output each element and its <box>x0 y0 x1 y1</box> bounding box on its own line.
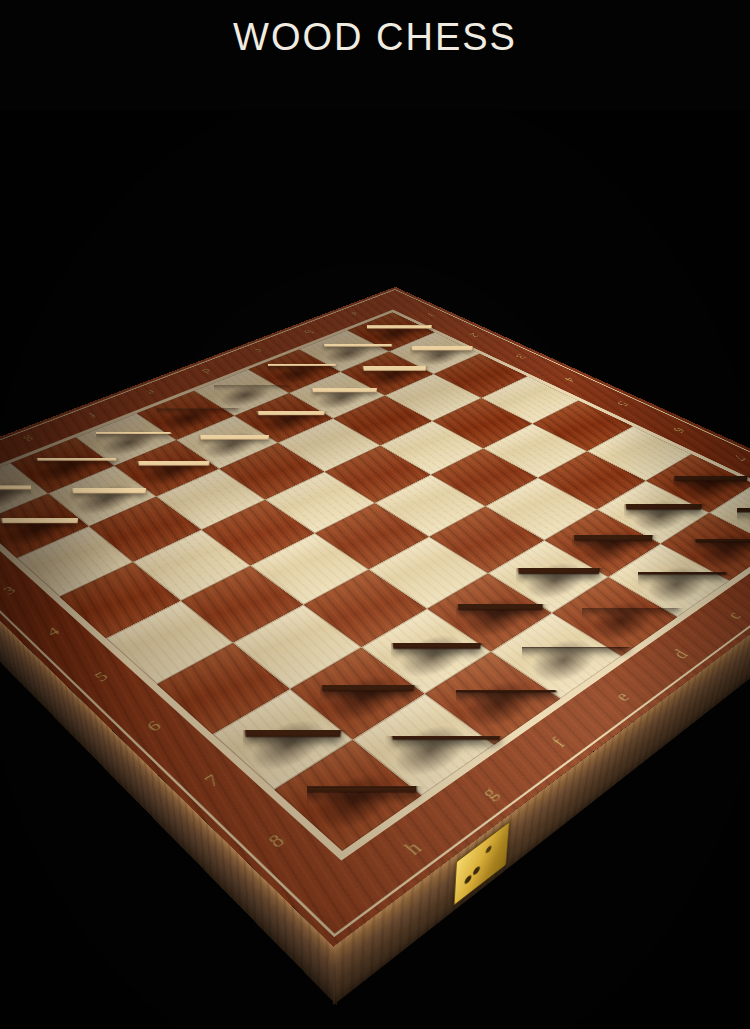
product-title: WOOD CHESS <box>0 16 750 59</box>
board-scene: ♜♞♝♛♚♝♞♜♟♟♟♟♟♟♟♟♟♟♟♟♟♟♟♟♜♞♝♛♚♝♞♜ 1234567… <box>7 135 743 871</box>
chess-board: ♜♞♝♛♚♝♞♜♟♟♟♟♟♟♟♟♟♟♟♟♟♟♟♟♜♞♝♛♚♝♞♜ 1234567… <box>0 287 750 947</box>
product-photo: WOOD CHESS ♜♞♝♛♚♝♞♜♟♟♟♟♟♟♟♟♟♟♟♟♟♟♟♟♜♞♝♛♚… <box>0 0 750 1029</box>
board-frame: ♜♞♝♛♚♝♞♜♟♟♟♟♟♟♟♟♟♟♟♟♟♟♟♟♜♞♝♛♚♝♞♜ 1234567… <box>0 287 750 947</box>
